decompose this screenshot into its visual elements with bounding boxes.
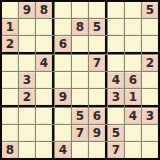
cell-r4c2[interactable] — [19, 55, 35, 71]
cell-r8c7[interactable]: 5 — [108, 125, 124, 141]
cell-r2c8[interactable] — [125, 19, 141, 35]
cell-r9c7[interactable]: 7 — [108, 142, 124, 158]
cell-r1c5[interactable] — [72, 2, 88, 18]
cell-r7c6[interactable]: 6 — [89, 108, 107, 124]
cell-r3c3[interactable] — [36, 36, 54, 54]
cell-r4c3[interactable]: 4 — [36, 55, 54, 71]
cell-r6c1[interactable] — [2, 89, 18, 107]
cell-r8c8[interactable] — [125, 125, 141, 141]
cell-r4c8[interactable] — [125, 55, 141, 71]
cell-r6c5[interactable] — [72, 89, 88, 107]
cell-r7c7[interactable] — [108, 108, 124, 124]
cell-r9c6[interactable] — [89, 142, 107, 158]
cell-r3c7[interactable] — [108, 36, 124, 54]
cell-r5c3[interactable] — [36, 72, 54, 88]
cell-r2c2[interactable] — [19, 19, 35, 35]
cell-r8c1[interactable] — [2, 125, 18, 141]
cell-r5c9[interactable] — [142, 72, 158, 88]
cell-r7c3[interactable] — [36, 108, 54, 124]
cell-r4c4[interactable] — [55, 55, 71, 71]
cell-r1c4[interactable] — [55, 2, 71, 18]
cell-r5c2[interactable]: 3 — [19, 72, 35, 88]
cell-r9c9[interactable] — [142, 142, 158, 158]
cell-r2c9[interactable] — [142, 19, 158, 35]
cell-r5c1[interactable] — [2, 72, 18, 88]
cell-r3c9[interactable] — [142, 36, 158, 54]
cell-r7c9[interactable]: 3 — [142, 108, 158, 124]
cell-r8c5[interactable]: 7 — [72, 125, 88, 141]
cell-r3c8[interactable] — [125, 36, 141, 54]
cell-r4c7[interactable] — [108, 55, 124, 71]
cell-r5c4[interactable] — [55, 72, 71, 88]
cell-r6c6[interactable] — [89, 89, 107, 107]
cell-r8c9[interactable] — [142, 125, 158, 141]
cell-r2c4[interactable] — [55, 19, 71, 35]
cell-r7c1[interactable] — [2, 108, 18, 124]
cell-r5c7[interactable]: 4 — [108, 72, 124, 88]
cell-r6c3[interactable] — [36, 89, 54, 107]
cell-r2c1[interactable]: 1 — [2, 19, 18, 35]
cell-r7c4[interactable] — [55, 108, 71, 124]
cell-r4c1[interactable] — [2, 55, 18, 71]
cell-r6c9[interactable] — [142, 89, 158, 107]
cell-r5c8[interactable]: 6 — [125, 72, 141, 88]
cell-r2c6[interactable]: 5 — [89, 19, 107, 35]
cell-r5c5[interactable] — [72, 72, 88, 88]
cell-r6c8[interactable]: 1 — [125, 89, 141, 107]
cell-r8c3[interactable] — [36, 125, 54, 141]
cell-r1c1[interactable] — [2, 2, 18, 18]
cell-r3c6[interactable] — [89, 36, 107, 54]
cell-r7c5[interactable]: 5 — [72, 108, 88, 124]
cell-r1c6[interactable] — [89, 2, 107, 18]
cell-r9c4[interactable]: 4 — [55, 142, 71, 158]
cell-r9c1[interactable]: 8 — [2, 142, 18, 158]
cell-r4c6[interactable]: 7 — [89, 55, 107, 71]
cell-r1c8[interactable] — [125, 2, 141, 18]
cell-r7c2[interactable] — [19, 108, 35, 124]
cell-r3c5[interactable] — [72, 36, 88, 54]
cell-r6c2[interactable]: 2 — [19, 89, 35, 107]
cell-r2c7[interactable] — [108, 19, 124, 35]
cell-r3c1[interactable]: 2 — [2, 36, 18, 54]
cell-r8c4[interactable] — [55, 125, 71, 141]
cell-r8c6[interactable]: 9 — [89, 125, 107, 141]
cell-r9c3[interactable] — [36, 142, 54, 158]
cell-r4c9[interactable]: 2 — [142, 55, 158, 71]
sudoku-board: 9851852647234629315643795847 — [0, 0, 160, 160]
cell-r6c4[interactable]: 9 — [55, 89, 71, 107]
cell-r9c5[interactable] — [72, 142, 88, 158]
cell-r3c2[interactable] — [19, 36, 35, 54]
cell-r4c5[interactable] — [72, 55, 88, 71]
cell-r2c5[interactable]: 8 — [72, 19, 88, 35]
cell-r8c2[interactable] — [19, 125, 35, 141]
cell-r1c9[interactable]: 5 — [142, 2, 158, 18]
cell-r7c8[interactable]: 4 — [125, 108, 141, 124]
cell-r1c7[interactable] — [108, 2, 124, 18]
cell-r2c3[interactable] — [36, 19, 54, 35]
cell-r1c3[interactable]: 8 — [36, 2, 54, 18]
cell-r9c2[interactable] — [19, 142, 35, 158]
cell-r6c7[interactable]: 3 — [108, 89, 124, 107]
cell-r9c8[interactable] — [125, 142, 141, 158]
cell-r1c2[interactable]: 9 — [19, 2, 35, 18]
cell-r3c4[interactable]: 6 — [55, 36, 71, 54]
cell-r5c6[interactable] — [89, 72, 107, 88]
